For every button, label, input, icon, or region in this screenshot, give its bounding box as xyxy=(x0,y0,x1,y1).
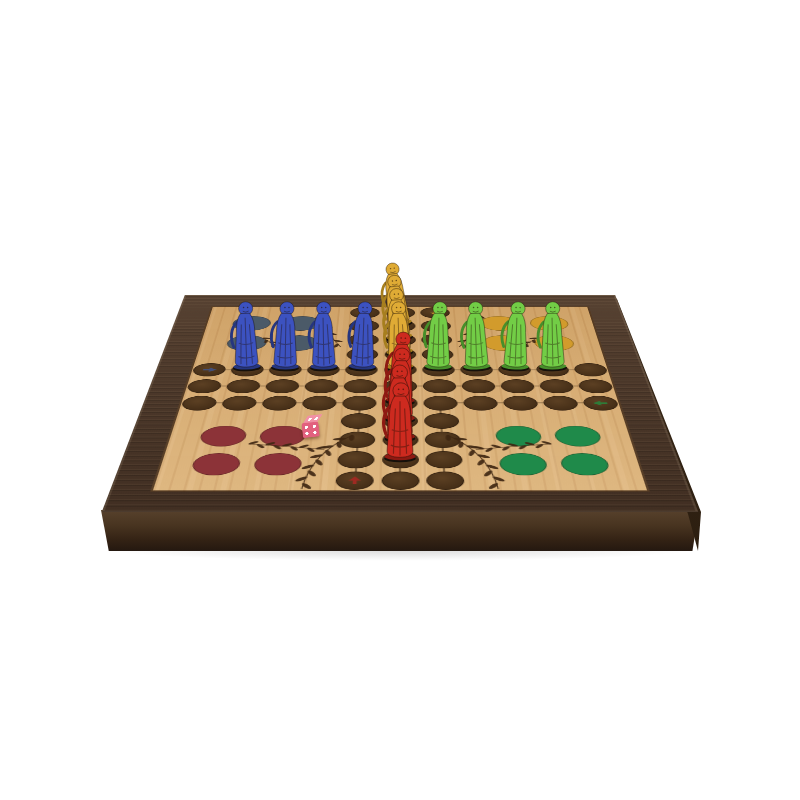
track-field[interactable] xyxy=(383,379,416,393)
track-field[interactable] xyxy=(339,432,376,448)
track-field[interactable] xyxy=(381,472,419,490)
track-connector-line xyxy=(440,402,601,403)
goal-field-red[interactable] xyxy=(382,432,418,448)
piece-blue-1[interactable] xyxy=(225,297,266,373)
die[interactable] xyxy=(300,414,324,439)
playing-field xyxy=(150,306,650,491)
track-field[interactable] xyxy=(425,451,463,468)
track-field[interactable] xyxy=(542,396,579,411)
piece-blue-4[interactable] xyxy=(342,297,383,373)
goal-field-red[interactable] xyxy=(381,451,418,468)
piece-green-3[interactable] xyxy=(495,297,536,373)
goal-field-yellow[interactable] xyxy=(385,320,415,332)
track-field[interactable] xyxy=(461,379,496,393)
board-surface xyxy=(102,295,699,512)
track-field[interactable] xyxy=(349,320,380,332)
piece-red-4[interactable] xyxy=(378,378,422,463)
track-field[interactable] xyxy=(307,363,341,376)
piece-green-1[interactable] xyxy=(419,298,459,373)
track-field[interactable] xyxy=(420,307,450,318)
track-field[interactable] xyxy=(341,413,377,428)
board-front-edge xyxy=(101,510,699,551)
piece-yellow-4[interactable] xyxy=(378,297,419,373)
track-field[interactable] xyxy=(302,396,338,411)
track-field[interactable] xyxy=(225,379,261,393)
home-field-red[interactable] xyxy=(197,426,247,447)
home-field-red[interactable] xyxy=(252,453,303,475)
piece-yellow-1[interactable] xyxy=(373,257,418,331)
track-connector-line xyxy=(204,386,595,387)
track-field[interactable] xyxy=(422,363,455,376)
home-field-yellow[interactable] xyxy=(479,316,519,330)
piece-yellow-3[interactable] xyxy=(376,283,419,358)
home-field-green[interactable] xyxy=(498,453,549,475)
board-scene xyxy=(0,0,800,800)
track-field[interactable] xyxy=(421,334,452,346)
start-arrow-yellow xyxy=(429,310,441,315)
start-arrow-blue xyxy=(201,367,217,372)
track-connector-line xyxy=(399,313,401,481)
track-field[interactable] xyxy=(500,379,536,393)
home-field-green[interactable] xyxy=(558,453,611,475)
home-field-green[interactable] xyxy=(494,426,543,447)
home-field-yellow[interactable] xyxy=(532,335,575,350)
track-connector-line xyxy=(199,402,360,403)
piece-green-2[interactable] xyxy=(455,297,496,373)
track-field[interactable] xyxy=(221,396,258,411)
track-field[interactable] xyxy=(337,451,375,468)
goal-field-yellow[interactable] xyxy=(385,334,416,346)
track-field[interactable] xyxy=(344,379,378,393)
home-field-red[interactable] xyxy=(189,453,242,475)
track-field[interactable] xyxy=(463,396,499,411)
track-connector-line xyxy=(439,403,446,481)
home-field-blue[interactable] xyxy=(230,316,272,330)
track-field[interactable] xyxy=(261,396,297,411)
track-field[interactable] xyxy=(336,472,375,490)
track-connector-line xyxy=(434,313,439,370)
track-field[interactable] xyxy=(348,334,379,346)
track-connector-line xyxy=(361,313,366,370)
goal-field-yellow[interactable] xyxy=(384,348,416,361)
die-front-face xyxy=(301,422,319,439)
laurel-decor-left xyxy=(102,295,699,512)
home-field-yellow[interactable] xyxy=(482,335,524,350)
die-top-face xyxy=(302,414,322,424)
piece-red-2[interactable] xyxy=(379,343,422,424)
goal-field-red[interactable] xyxy=(383,396,417,411)
home-field-blue[interactable] xyxy=(281,316,321,330)
track-field[interactable] xyxy=(342,396,377,411)
track-field[interactable] xyxy=(535,363,570,376)
piece-red-3[interactable] xyxy=(377,360,421,443)
track-field[interactable] xyxy=(186,379,223,393)
track-field[interactable] xyxy=(460,363,494,376)
piece-blue-3[interactable] xyxy=(303,298,343,373)
start-arrow-green xyxy=(592,400,609,406)
track-field[interactable] xyxy=(497,363,532,376)
laurel-decor-right xyxy=(102,295,699,512)
piece-green-4[interactable] xyxy=(532,298,572,373)
track-field[interactable] xyxy=(230,363,265,376)
home-field-blue[interactable] xyxy=(277,335,319,350)
track-field[interactable] xyxy=(426,472,465,490)
track-field[interactable] xyxy=(304,379,339,393)
track-field[interactable] xyxy=(424,413,460,428)
track-connector-line xyxy=(438,369,591,370)
piece-yellow-2[interactable] xyxy=(374,270,418,344)
track-field[interactable] xyxy=(180,396,218,411)
track-field[interactable] xyxy=(502,396,538,411)
track-connector-line xyxy=(354,403,361,481)
home-field-yellow[interactable] xyxy=(528,316,570,330)
track-field[interactable] xyxy=(345,363,378,376)
piece-blue-2[interactable] xyxy=(266,298,306,373)
track-field[interactable] xyxy=(423,396,458,411)
track-field[interactable] xyxy=(385,307,415,318)
track-field[interactable] xyxy=(577,379,614,393)
goal-field-yellow[interactable] xyxy=(384,363,417,376)
track-field[interactable] xyxy=(265,379,301,393)
track-field[interactable] xyxy=(573,363,609,376)
track-field[interactable] xyxy=(538,379,574,393)
track-field[interactable] xyxy=(420,320,451,332)
track-field[interactable] xyxy=(268,363,303,376)
photo-canvas xyxy=(0,0,800,800)
piece-red-1[interactable] xyxy=(380,327,423,407)
track-field[interactable] xyxy=(347,348,379,361)
track-field[interactable] xyxy=(191,363,227,376)
goal-field-red[interactable] xyxy=(382,413,417,428)
home-field-green[interactable] xyxy=(552,426,602,447)
track-field[interactable] xyxy=(350,307,380,318)
track-field[interactable] xyxy=(582,396,620,411)
pieces-layer xyxy=(0,0,800,800)
start-arrow-red xyxy=(348,476,363,484)
track-field[interactable] xyxy=(422,379,456,393)
home-field-blue[interactable] xyxy=(225,335,268,350)
home-field-red[interactable] xyxy=(257,426,306,447)
track-connector-line xyxy=(209,369,362,370)
track-field[interactable] xyxy=(421,348,453,361)
track-field[interactable] xyxy=(424,432,461,448)
